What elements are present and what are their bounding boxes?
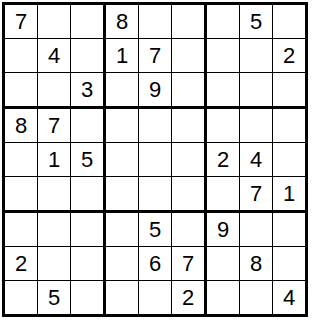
- cell-r2c1[interactable]: [5, 39, 38, 73]
- cell-r2c4[interactable]: 1: [106, 39, 139, 73]
- sudoku-board: 78541723987152471592678524: [2, 2, 308, 317]
- cell-r4c8[interactable]: [240, 109, 273, 143]
- board-row-8: 2678: [5, 247, 305, 281]
- cell-r8c1[interactable]: 2: [5, 247, 38, 281]
- cell-r2c9[interactable]: 2: [273, 39, 305, 73]
- cell-r7c2[interactable]: [38, 213, 71, 247]
- cell-r4c7[interactable]: [207, 109, 240, 143]
- cell-r7c7[interactable]: 9: [207, 213, 240, 247]
- cell-r9c3[interactable]: [71, 281, 106, 314]
- board-row-4: 87: [5, 109, 305, 143]
- cell-r6c4[interactable]: [106, 177, 139, 213]
- cell-r5c5[interactable]: [139, 143, 172, 177]
- cell-r4c3[interactable]: [71, 109, 106, 143]
- cell-r8c8[interactable]: 8: [240, 247, 273, 281]
- cell-r9c2[interactable]: 5: [38, 281, 71, 314]
- cell-r8c7[interactable]: [207, 247, 240, 281]
- page: 78541723987152471592678524: [0, 0, 312, 320]
- board-row-5: 1524: [5, 143, 305, 177]
- cell-r2c3[interactable]: [71, 39, 106, 73]
- board-row-3: 39: [5, 73, 305, 109]
- cell-r6c2[interactable]: [38, 177, 71, 213]
- cell-r4c9[interactable]: [273, 109, 305, 143]
- cell-r1c3[interactable]: [71, 5, 106, 39]
- cell-r9c7[interactable]: [207, 281, 240, 314]
- cell-r4c1[interactable]: 8: [5, 109, 38, 143]
- cell-r7c6[interactable]: [172, 213, 207, 247]
- cell-r7c5[interactable]: 5: [139, 213, 172, 247]
- board-row-1: 785: [5, 5, 305, 39]
- cell-r1c7[interactable]: [207, 5, 240, 39]
- cell-r6c5[interactable]: [139, 177, 172, 213]
- cell-r9c4[interactable]: [106, 281, 139, 314]
- cell-r8c4[interactable]: [106, 247, 139, 281]
- board-row-7: 59: [5, 213, 305, 247]
- cell-r5c6[interactable]: [172, 143, 207, 177]
- cell-r8c3[interactable]: [71, 247, 106, 281]
- cell-r3c4[interactable]: [106, 73, 139, 109]
- cell-r3c3[interactable]: 3: [71, 73, 106, 109]
- cell-r6c3[interactable]: [71, 177, 106, 213]
- cell-r5c8[interactable]: 4: [240, 143, 273, 177]
- cell-r9c1[interactable]: [5, 281, 38, 314]
- cell-r3c6[interactable]: [172, 73, 207, 109]
- cell-r2c8[interactable]: [240, 39, 273, 73]
- cell-r4c4[interactable]: [106, 109, 139, 143]
- cell-r9c9[interactable]: 4: [273, 281, 305, 314]
- cell-r1c8[interactable]: 5: [240, 5, 273, 39]
- board-row-6: 71: [5, 177, 305, 213]
- cell-r2c5[interactable]: 7: [139, 39, 172, 73]
- cell-r8c5[interactable]: 6: [139, 247, 172, 281]
- cell-r3c9[interactable]: [273, 73, 305, 109]
- cell-r4c6[interactable]: [172, 109, 207, 143]
- cell-r9c6[interactable]: 2: [172, 281, 207, 314]
- cell-r2c2[interactable]: 4: [38, 39, 71, 73]
- cell-r3c5[interactable]: 9: [139, 73, 172, 109]
- cell-r6c9[interactable]: 1: [273, 177, 305, 213]
- cell-r3c7[interactable]: [207, 73, 240, 109]
- cell-r4c5[interactable]: [139, 109, 172, 143]
- cell-r2c7[interactable]: [207, 39, 240, 73]
- cell-r5c9[interactable]: [273, 143, 305, 177]
- cell-r8c6[interactable]: 7: [172, 247, 207, 281]
- cell-r6c7[interactable]: [207, 177, 240, 213]
- cell-r3c8[interactable]: [240, 73, 273, 109]
- cell-r8c2[interactable]: [38, 247, 71, 281]
- cell-r5c3[interactable]: 5: [71, 143, 106, 177]
- cell-r1c6[interactable]: [172, 5, 207, 39]
- cell-r6c8[interactable]: 7: [240, 177, 273, 213]
- cell-r1c5[interactable]: [139, 5, 172, 39]
- cell-r8c9[interactable]: [273, 247, 305, 281]
- cell-r3c2[interactable]: [38, 73, 71, 109]
- cell-r5c7[interactable]: 2: [207, 143, 240, 177]
- cell-r7c9[interactable]: [273, 213, 305, 247]
- cell-r1c9[interactable]: [273, 5, 305, 39]
- cell-r7c4[interactable]: [106, 213, 139, 247]
- board-row-9: 524: [5, 281, 305, 314]
- cell-r2c6[interactable]: [172, 39, 207, 73]
- cell-r7c8[interactable]: [240, 213, 273, 247]
- cell-r5c2[interactable]: 1: [38, 143, 71, 177]
- board-row-2: 4172: [5, 39, 305, 73]
- cell-r9c8[interactable]: [240, 281, 273, 314]
- cell-r4c2[interactable]: 7: [38, 109, 71, 143]
- cell-r5c1[interactable]: [5, 143, 38, 177]
- cell-r1c2[interactable]: [38, 5, 71, 39]
- cell-r7c1[interactable]: [5, 213, 38, 247]
- cell-r9c5[interactable]: [139, 281, 172, 314]
- cell-r6c6[interactable]: [172, 177, 207, 213]
- cell-r6c1[interactable]: [5, 177, 38, 213]
- cell-r7c3[interactable]: [71, 213, 106, 247]
- cell-r1c4[interactable]: 8: [106, 5, 139, 39]
- cell-r3c1[interactable]: [5, 73, 38, 109]
- cell-r5c4[interactable]: [106, 143, 139, 177]
- cell-r1c1[interactable]: 7: [5, 5, 38, 39]
